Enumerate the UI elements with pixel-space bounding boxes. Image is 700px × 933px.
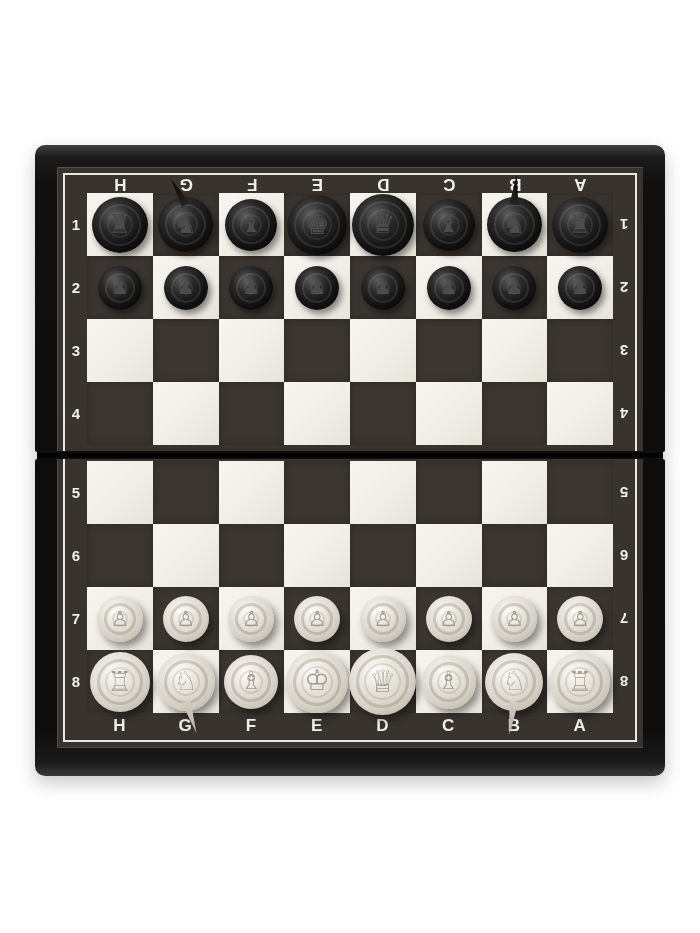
chess-piece-glyph: ♜	[569, 212, 592, 238]
square-f3[interactable]	[219, 319, 285, 382]
rank-label-left-8: 8	[65, 650, 87, 713]
chess-piece-glyph: ♜	[108, 212, 131, 238]
piece-black-rook[interactable]: ♜	[552, 197, 608, 253]
photo-background: HGFEDCBA12341234♜♞♝♚♛♝♞♜♟♟♟♟♟♟♟♟ HGFEDCB…	[0, 0, 700, 933]
piece-black-knight[interactable]: ♞	[487, 197, 542, 252]
square-e5[interactable]	[284, 461, 350, 524]
square-c4[interactable]	[416, 382, 482, 445]
chess-piece-glyph: ♞	[503, 212, 526, 237]
rank-labels-top-right: 1234	[613, 193, 635, 445]
chess-piece-glyph: ♟	[571, 277, 589, 297]
piece-white-pawn[interactable]: ♙	[228, 596, 274, 642]
board-grid-bottom: ♙♙♙♙♙♙♙♙♖♘♗♔♕♗♘♖	[87, 461, 613, 713]
chess-piece-glyph: ♚	[305, 211, 330, 239]
square-b1[interactable]: ♞	[482, 193, 548, 256]
chess-piece-glyph: ♞	[174, 212, 197, 237]
square-a6[interactable]	[547, 524, 613, 587]
piece-black-pawn[interactable]: ♟	[164, 266, 208, 310]
rank-labels-bottom-right: 5678	[613, 461, 635, 713]
piece-white-pawn[interactable]: ♙	[163, 596, 209, 642]
rank-label-right-2: 2	[613, 256, 635, 319]
square-e6[interactable]	[284, 524, 350, 587]
chess-piece-glyph: ♟	[505, 277, 523, 297]
chess-piece-glyph: ♗	[437, 669, 459, 694]
square-b6[interactable]	[482, 524, 548, 587]
square-d1[interactable]: ♛	[350, 193, 416, 256]
rank-label-left-7: 7	[65, 587, 87, 650]
square-h6[interactable]	[87, 524, 153, 587]
chess-piece-glyph: ♖	[568, 668, 593, 696]
square-f1[interactable]: ♝	[219, 193, 285, 256]
piece-black-pawn[interactable]: ♟	[98, 266, 142, 310]
square-e3[interactable]	[284, 319, 350, 382]
rank-label-left-2: 2	[65, 256, 87, 319]
rank-label-right-7: 7	[613, 587, 635, 650]
square-a3[interactable]	[547, 319, 613, 382]
chess-piece-glyph: ♟	[242, 277, 260, 297]
file-label-top-h: H	[87, 174, 153, 194]
piece-white-rook[interactable]: ♖	[550, 652, 610, 712]
square-h3[interactable]	[87, 319, 153, 382]
chess-piece-glyph: ♗	[240, 669, 262, 694]
square-e7[interactable]: ♙	[284, 587, 350, 650]
square-g4[interactable]	[153, 382, 219, 445]
chess-piece-glyph: ♟	[440, 277, 458, 297]
square-c7[interactable]: ♙	[416, 587, 482, 650]
square-d7[interactable]: ♙	[350, 587, 416, 650]
chess-piece-glyph: ♟	[111, 277, 129, 297]
file-label-top-d: D	[350, 174, 416, 194]
square-f4[interactable]	[219, 382, 285, 445]
chess-piece-glyph: ♘	[502, 668, 526, 695]
chess-piece-glyph: ♟	[374, 277, 392, 297]
square-f2[interactable]: ♟	[219, 256, 285, 319]
piece-white-pawn[interactable]: ♙	[294, 596, 340, 642]
square-g5[interactable]	[153, 461, 219, 524]
square-b3[interactable]	[482, 319, 548, 382]
square-g8[interactable]: ♘	[153, 650, 219, 713]
rank-label-left-3: 3	[65, 319, 87, 382]
square-e1[interactable]: ♚	[284, 193, 350, 256]
piece-black-bishop[interactable]: ♝	[225, 199, 277, 251]
chess-board: HGFEDCBA12341234♜♞♝♚♛♝♞♜♟♟♟♟♟♟♟♟ HGFEDCB…	[35, 145, 665, 776]
square-b4[interactable]	[482, 382, 548, 445]
square-h8[interactable]: ♖	[87, 650, 153, 713]
rank-label-right-5: 5	[613, 461, 635, 524]
file-label-bottom-f: F	[219, 715, 285, 737]
square-f6[interactable]	[219, 524, 285, 587]
chess-piece-glyph: ♙	[505, 608, 524, 629]
board-grid-top: ♜♞♝♚♛♝♞♜♟♟♟♟♟♟♟♟	[87, 193, 613, 445]
square-b2[interactable]: ♟	[482, 256, 548, 319]
piece-black-pawn[interactable]: ♟	[295, 266, 339, 310]
square-c5[interactable]	[416, 461, 482, 524]
piece-black-pawn[interactable]: ♟	[558, 266, 602, 310]
rank-labels-top-left: 1234	[65, 193, 87, 445]
file-label-top-g: G	[153, 174, 219, 194]
square-c8[interactable]: ♗	[416, 650, 482, 713]
chess-piece-glyph: ♙	[373, 608, 392, 629]
piece-white-rook[interactable]: ♖	[90, 652, 150, 712]
square-d3[interactable]	[350, 319, 416, 382]
rank-label-left-4: 4	[65, 382, 87, 445]
piece-black-knight[interactable]: ♞	[158, 197, 213, 252]
square-a8[interactable]: ♖	[547, 650, 613, 713]
square-g7[interactable]: ♙	[153, 587, 219, 650]
file-label-bottom-h: H	[87, 715, 153, 737]
board-half-top: HGFEDCBA12341234♜♞♝♚♛♝♞♜♟♟♟♟♟♟♟♟	[35, 145, 665, 452]
chess-piece-glyph: ♖	[108, 668, 133, 696]
piece-white-bishop[interactable]: ♗	[422, 655, 476, 709]
square-a4[interactable]	[547, 382, 613, 445]
square-d5[interactable]	[350, 461, 416, 524]
square-f7[interactable]: ♙	[219, 587, 285, 650]
rank-labels-bottom-left: 5678	[65, 461, 87, 713]
square-d4[interactable]	[350, 382, 416, 445]
file-label-bottom-b: B	[482, 715, 548, 737]
chess-piece-glyph: ♙	[110, 608, 129, 629]
file-label-top-c: C	[416, 174, 482, 194]
file-label-bottom-a: A	[547, 715, 613, 737]
square-d6[interactable]	[350, 524, 416, 587]
chess-piece-glyph: ♝	[438, 213, 459, 237]
piece-white-knight[interactable]: ♘	[157, 653, 215, 711]
rank-label-left-1: 1	[65, 193, 87, 256]
file-label-bottom-g: G	[153, 715, 219, 737]
rank-label-right-4: 4	[613, 382, 635, 445]
square-g3[interactable]	[153, 319, 219, 382]
chess-piece-glyph: ♙	[242, 608, 261, 629]
piece-white-pawn[interactable]: ♙	[491, 596, 537, 642]
square-c2[interactable]: ♟	[416, 256, 482, 319]
rank-label-right-6: 6	[613, 524, 635, 587]
piece-white-pawn[interactable]: ♙	[360, 596, 406, 642]
file-label-top-f: F	[219, 174, 285, 194]
rank-label-left-5: 5	[65, 461, 87, 524]
piece-white-pawn[interactable]: ♙	[97, 596, 143, 642]
file-label-bottom-d: D	[350, 715, 416, 737]
square-f8[interactable]: ♗	[219, 650, 285, 713]
square-e8[interactable]: ♔	[284, 650, 350, 713]
piece-black-pawn[interactable]: ♟	[361, 266, 405, 310]
piece-black-queen[interactable]: ♛	[352, 194, 414, 256]
chess-piece-glyph: ♟	[308, 277, 326, 297]
file-label-bottom-c: C	[416, 715, 482, 737]
piece-black-pawn[interactable]: ♟	[427, 266, 471, 310]
square-g2[interactable]: ♟	[153, 256, 219, 319]
square-h7[interactable]: ♙	[87, 587, 153, 650]
chess-piece-glyph: ♕	[369, 666, 397, 697]
chess-piece-glyph: ♘	[174, 668, 198, 695]
file-label-top-e: E	[284, 174, 350, 194]
square-f5[interactable]	[219, 461, 285, 524]
rank-label-right-3: 3	[613, 319, 635, 382]
files-labels-top: HGFEDCBA	[87, 174, 613, 193]
board-half-bottom: HGFEDCBA56785678♙♙♙♙♙♙♙♙♖♘♗♔♕♗♘♖	[35, 459, 665, 776]
square-c1[interactable]: ♝	[416, 193, 482, 256]
piece-black-rook[interactable]: ♜	[92, 197, 148, 253]
piece-white-pawn[interactable]: ♙	[426, 596, 472, 642]
piece-black-bishop[interactable]: ♝	[423, 199, 475, 251]
chess-piece-glyph: ♝	[241, 213, 262, 237]
chess-piece-glyph: ♔	[304, 667, 330, 696]
rank-label-right-8: 8	[613, 650, 635, 713]
file-label-bottom-e: E	[284, 715, 350, 737]
piece-white-queen[interactable]: ♕	[349, 648, 416, 715]
square-h1[interactable]: ♜	[87, 193, 153, 256]
square-c6[interactable]	[416, 524, 482, 587]
square-c3[interactable]	[416, 319, 482, 382]
piece-white-king[interactable]: ♔	[286, 651, 348, 713]
square-b7[interactable]: ♙	[482, 587, 548, 650]
chess-piece-glyph: ♛	[370, 210, 396, 239]
square-h4[interactable]	[87, 382, 153, 445]
rank-label-left-6: 6	[65, 524, 87, 587]
square-h5[interactable]	[87, 461, 153, 524]
square-b5[interactable]	[482, 461, 548, 524]
square-g1[interactable]: ♞	[153, 193, 219, 256]
square-g6[interactable]	[153, 524, 219, 587]
square-a5[interactable]	[547, 461, 613, 524]
square-a7[interactable]: ♙	[547, 587, 613, 650]
rank-label-right-1: 1	[613, 193, 635, 256]
square-a2[interactable]: ♟	[547, 256, 613, 319]
file-label-top-a: A	[547, 174, 613, 194]
piece-black-pawn[interactable]: ♟	[492, 266, 536, 310]
square-b8[interactable]: ♘	[482, 650, 548, 713]
files-labels-bottom: HGFEDCBA	[87, 715, 613, 737]
piece-white-knight[interactable]: ♘	[485, 653, 543, 711]
chess-piece-glyph: ♙	[308, 608, 327, 629]
square-e4[interactable]	[284, 382, 350, 445]
chess-piece-glyph: ♙	[571, 608, 590, 629]
chess-piece-glyph: ♙	[439, 608, 458, 629]
chess-piece-glyph: ♙	[176, 608, 195, 629]
square-h2[interactable]: ♟	[87, 256, 153, 319]
piece-white-pawn[interactable]: ♙	[557, 596, 603, 642]
square-a1[interactable]: ♜	[547, 193, 613, 256]
piece-black-king[interactable]: ♚	[287, 195, 347, 255]
square-e2[interactable]: ♟	[284, 256, 350, 319]
square-d8[interactable]: ♕	[350, 650, 416, 713]
piece-white-bishop[interactable]: ♗	[224, 655, 278, 709]
square-d2[interactable]: ♟	[350, 256, 416, 319]
piece-black-pawn[interactable]: ♟	[229, 266, 273, 310]
chess-piece-glyph: ♟	[177, 277, 195, 297]
